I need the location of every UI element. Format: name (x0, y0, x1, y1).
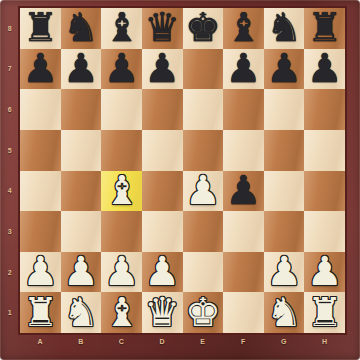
square-e5[interactable] (183, 130, 224, 171)
black-queen[interactable]: ♛ (144, 7, 180, 47)
black-pawn[interactable]: ♟ (144, 48, 180, 88)
square-f7[interactable]: ♟ (223, 49, 264, 90)
square-d1[interactable]: ♛ (142, 292, 183, 333)
square-b4[interactable] (61, 171, 102, 212)
square-h6[interactable] (304, 89, 345, 130)
white-rook[interactable]: ♜ (307, 292, 343, 332)
square-g4[interactable] (264, 171, 305, 212)
file-label-f: F (223, 333, 264, 360)
rank-label-5: 5 (0, 130, 20, 171)
square-c2[interactable]: ♟ (101, 252, 142, 293)
black-bishop[interactable]: ♝ (226, 7, 262, 47)
square-c1[interactable]: ♝ (101, 292, 142, 333)
square-e4[interactable]: ♟ (183, 171, 224, 212)
black-pawn[interactable]: ♟ (226, 170, 262, 210)
square-b8[interactable]: ♞ (61, 8, 102, 49)
square-g6[interactable] (264, 89, 305, 130)
black-pawn[interactable]: ♟ (307, 48, 343, 88)
black-pawn[interactable]: ♟ (104, 48, 140, 88)
square-d2[interactable]: ♟ (142, 252, 183, 293)
square-b5[interactable] (61, 130, 102, 171)
square-d8[interactable]: ♛ (142, 8, 183, 49)
square-g7[interactable]: ♟ (264, 49, 305, 90)
square-c5[interactable] (101, 130, 142, 171)
square-a2[interactable]: ♟ (20, 252, 61, 293)
rank-label-2: 2 (0, 252, 20, 293)
square-h1[interactable]: ♜ (304, 292, 345, 333)
rank-label-8: 8 (0, 8, 20, 49)
black-pawn[interactable]: ♟ (226, 48, 262, 88)
black-pawn[interactable]: ♟ (63, 48, 99, 88)
black-pawn[interactable]: ♟ (266, 48, 302, 88)
black-knight[interactable]: ♞ (63, 7, 99, 47)
square-a8[interactable]: ♜ (20, 8, 61, 49)
square-b7[interactable]: ♟ (61, 49, 102, 90)
file-label-b: B (61, 333, 102, 360)
white-rook[interactable]: ♜ (22, 292, 58, 332)
black-knight[interactable]: ♞ (266, 7, 302, 47)
square-c4[interactable]: ♝ (101, 171, 142, 212)
rank-label-6: 6 (0, 89, 20, 130)
file-labels: ABCDEFGH (20, 333, 345, 360)
square-g8[interactable]: ♞ (264, 8, 305, 49)
white-knight[interactable]: ♞ (63, 292, 99, 332)
square-e8[interactable]: ♚ (183, 8, 224, 49)
square-d3[interactable] (142, 211, 183, 252)
square-e1[interactable]: ♚ (183, 292, 224, 333)
square-f2[interactable] (223, 252, 264, 293)
square-d4[interactable] (142, 171, 183, 212)
black-pawn[interactable]: ♟ (22, 48, 58, 88)
file-label-e: E (183, 333, 224, 360)
square-c6[interactable] (101, 89, 142, 130)
rank-labels: 87654321 (0, 8, 20, 333)
square-d7[interactable]: ♟ (142, 49, 183, 90)
square-a7[interactable]: ♟ (20, 49, 61, 90)
square-a1[interactable]: ♜ (20, 292, 61, 333)
square-f5[interactable] (223, 130, 264, 171)
square-g5[interactable] (264, 130, 305, 171)
white-pawn[interactable]: ♟ (63, 251, 99, 291)
white-queen[interactable]: ♛ (144, 292, 180, 332)
file-label-h: H (304, 333, 345, 360)
white-king[interactable]: ♚ (185, 292, 221, 332)
file-label-c: C (101, 333, 142, 360)
rank-label-7: 7 (0, 49, 20, 90)
square-f8[interactable]: ♝ (223, 8, 264, 49)
square-c8[interactable]: ♝ (101, 8, 142, 49)
square-f6[interactable] (223, 89, 264, 130)
square-c3[interactable] (101, 211, 142, 252)
square-d6[interactable] (142, 89, 183, 130)
white-pawn[interactable]: ♟ (185, 170, 221, 210)
white-bishop[interactable]: ♝ (104, 292, 140, 332)
square-g1[interactable]: ♞ (264, 292, 305, 333)
square-d5[interactable] (142, 130, 183, 171)
white-pawn[interactable]: ♟ (144, 251, 180, 291)
black-bishop[interactable]: ♝ (104, 7, 140, 47)
file-label-d: D (142, 333, 183, 360)
black-rook[interactable]: ♜ (307, 7, 343, 47)
square-a3[interactable] (20, 211, 61, 252)
rank-label-1: 1 (0, 292, 20, 333)
square-e3[interactable] (183, 211, 224, 252)
square-e7[interactable] (183, 49, 224, 90)
square-e6[interactable] (183, 89, 224, 130)
square-b2[interactable]: ♟ (61, 252, 102, 293)
square-b1[interactable]: ♞ (61, 292, 102, 333)
square-b3[interactable] (61, 211, 102, 252)
white-pawn[interactable]: ♟ (266, 251, 302, 291)
file-label-g: G (264, 333, 305, 360)
square-e2[interactable] (183, 252, 224, 293)
square-f4[interactable]: ♟ (223, 171, 264, 212)
white-pawn[interactable]: ♟ (104, 251, 140, 291)
white-bishop[interactable]: ♝ (104, 170, 140, 210)
square-h7[interactable]: ♟ (304, 49, 345, 90)
rank-label-3: 3 (0, 211, 20, 252)
black-king[interactable]: ♚ (185, 7, 221, 47)
chess-board[interactable]: ♜♞♝♛♚♝♞♜♟♟♟♟♟♟♟♝♟♟♟♟♟♟♟♟♜♞♝♛♚♞♜ (20, 8, 345, 333)
square-h5[interactable] (304, 130, 345, 171)
black-rook[interactable]: ♜ (22, 7, 58, 47)
file-label-a: A (20, 333, 61, 360)
square-h8[interactable]: ♜ (304, 8, 345, 49)
square-f1[interactable] (223, 292, 264, 333)
square-c7[interactable]: ♟ (101, 49, 142, 90)
square-b6[interactable] (61, 89, 102, 130)
square-g2[interactable]: ♟ (264, 252, 305, 293)
square-h2[interactable]: ♟ (304, 252, 345, 293)
white-pawn[interactable]: ♟ (307, 251, 343, 291)
square-h3[interactable] (304, 211, 345, 252)
rank-label-4: 4 (0, 171, 20, 212)
square-h4[interactable] (304, 171, 345, 212)
square-a5[interactable] (20, 130, 61, 171)
square-g3[interactable] (264, 211, 305, 252)
white-pawn[interactable]: ♟ (22, 251, 58, 291)
white-knight[interactable]: ♞ (266, 292, 302, 332)
square-f3[interactable] (223, 211, 264, 252)
square-a6[interactable] (20, 89, 61, 130)
square-a4[interactable] (20, 171, 61, 212)
